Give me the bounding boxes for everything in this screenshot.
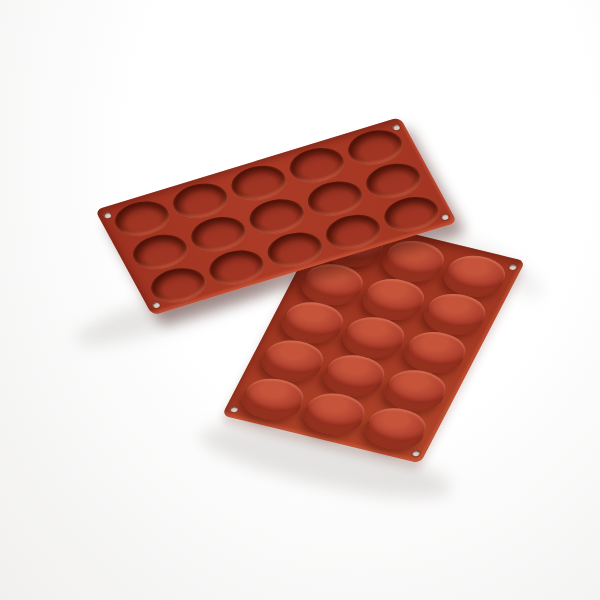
corner-hole <box>411 450 421 457</box>
product-photo-scene <box>0 0 600 600</box>
round-cavity <box>377 191 445 237</box>
